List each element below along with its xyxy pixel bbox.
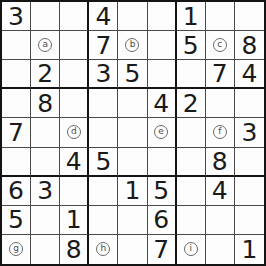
sudoku-cell-r5c7[interactable] — [177, 118, 206, 147]
sudoku-cell-r5c6[interactable]: e — [148, 118, 177, 147]
sudoku-cell-r1c8[interactable] — [206, 2, 235, 31]
sudoku-cell-r2c7[interactable]: 5 — [177, 31, 206, 60]
sudoku-cell-r5c4[interactable] — [89, 118, 118, 147]
circled-label-a-icon: a — [38, 38, 52, 52]
sudoku-cell-r2c1[interactable] — [2, 31, 31, 60]
sudoku-cell-r4c5[interactable] — [118, 89, 147, 118]
sudoku-cell-r5c9[interactable]: 3 — [235, 118, 264, 147]
sudoku-cell-r8c1[interactable]: 5 — [2, 206, 31, 235]
sudoku-cell-r7c9[interactable] — [235, 177, 264, 206]
sudoku-cell-r7c6[interactable]: 5 — [148, 177, 177, 206]
circled-label-f-icon: f — [213, 125, 227, 139]
sudoku-cell-r4c4[interactable] — [89, 89, 118, 118]
circled-label-g-icon: g — [9, 242, 23, 256]
sudoku-cell-r6c4[interactable]: 5 — [89, 148, 118, 177]
sudoku-cell-r6c1[interactable] — [2, 148, 31, 177]
sudoku-cell-r3c6[interactable] — [148, 60, 177, 89]
sudoku-cell-r8c9[interactable] — [235, 206, 264, 235]
sudoku-cell-r9c9[interactable]: 1 — [235, 235, 264, 264]
sudoku-cell-r9c7[interactable]: i — [177, 235, 206, 264]
sudoku-cell-r3c3[interactable] — [60, 60, 89, 89]
sudoku-cell-r8c5[interactable] — [118, 206, 147, 235]
sudoku-cell-r2c4[interactable]: 7 — [89, 31, 118, 60]
sudoku-cell-r1c9[interactable] — [235, 2, 264, 31]
sudoku-cell-r1c3[interactable] — [60, 2, 89, 31]
sudoku-cell-r8c3[interactable]: 1 — [60, 206, 89, 235]
sudoku-cell-r3c9[interactable]: 4 — [235, 60, 264, 89]
sudoku-cell-r6c2[interactable] — [31, 148, 60, 177]
sudoku-cell-r6c6[interactable] — [148, 148, 177, 177]
sudoku-cell-r5c1[interactable]: 7 — [2, 118, 31, 147]
circled-label-h-icon: h — [96, 242, 110, 256]
sudoku-cell-r2c2[interactable]: a — [31, 31, 60, 60]
sudoku-cell-r3c7[interactable] — [177, 60, 206, 89]
sudoku-cell-r4c8[interactable] — [206, 89, 235, 118]
sudoku-cell-r3c2[interactable]: 2 — [31, 60, 60, 89]
circled-label-b-icon: b — [125, 38, 139, 52]
sudoku-cell-r6c5[interactable] — [118, 148, 147, 177]
circled-label-i-icon: i — [184, 242, 198, 256]
sudoku-cell-r5c3[interactable]: d — [60, 118, 89, 147]
sudoku-cell-r5c5[interactable] — [118, 118, 147, 147]
sudoku-cell-r5c8[interactable]: f — [206, 118, 235, 147]
sudoku-cell-r7c7[interactable] — [177, 177, 206, 206]
sudoku-cell-r1c1[interactable]: 3 — [2, 2, 31, 31]
sudoku-cell-r2c5[interactable]: b — [118, 31, 147, 60]
sudoku-cell-r3c5[interactable]: 5 — [118, 60, 147, 89]
circled-label-c-icon: c — [213, 38, 227, 52]
sudoku-cell-r4c9[interactable] — [235, 89, 264, 118]
sudoku-cell-r2c3[interactable] — [60, 31, 89, 60]
sudoku-cell-r4c6[interactable]: 4 — [148, 89, 177, 118]
sudoku-cell-r4c1[interactable] — [2, 89, 31, 118]
sudoku-cell-r1c5[interactable] — [118, 2, 147, 31]
sudoku-cell-r7c4[interactable] — [89, 177, 118, 206]
sudoku-cell-r9c6[interactable]: 7 — [148, 235, 177, 264]
sudoku-cell-r1c7[interactable]: 1 — [177, 2, 206, 31]
sudoku-cell-r4c7[interactable]: 2 — [177, 89, 206, 118]
sudoku-cell-r1c2[interactable] — [31, 2, 60, 31]
sudoku-cell-r9c8[interactable] — [206, 235, 235, 264]
sudoku-cell-r3c4[interactable]: 3 — [89, 60, 118, 89]
sudoku-cell-r6c8[interactable]: 8 — [206, 148, 235, 177]
sudoku-cell-r8c6[interactable]: 6 — [148, 206, 177, 235]
sudoku-cell-r7c5[interactable]: 1 — [118, 177, 147, 206]
sudoku-cell-r8c8[interactable] — [206, 206, 235, 235]
sudoku-cell-r4c3[interactable] — [60, 89, 89, 118]
sudoku-cell-r9c2[interactable] — [31, 235, 60, 264]
circled-label-e-icon: e — [154, 125, 168, 139]
sudoku-cell-r8c4[interactable] — [89, 206, 118, 235]
sudoku-cell-r8c2[interactable] — [31, 206, 60, 235]
sudoku-cell-r2c8[interactable]: c — [206, 31, 235, 60]
sudoku-cell-r9c5[interactable] — [118, 235, 147, 264]
sudoku-cell-r7c1[interactable]: 6 — [2, 177, 31, 206]
sudoku-cell-r6c3[interactable]: 4 — [60, 148, 89, 177]
sudoku-board: 341a7b5c8235748427def345863154516g8h7i1 — [0, 0, 266, 266]
sudoku-cell-r7c8[interactable]: 4 — [206, 177, 235, 206]
sudoku-cell-r4c2[interactable]: 8 — [31, 89, 60, 118]
sudoku-cell-r9c1[interactable]: g — [2, 235, 31, 264]
sudoku-cell-r9c4[interactable]: h — [89, 235, 118, 264]
circled-label-d-icon: d — [67, 125, 81, 139]
sudoku-cell-r1c6[interactable] — [148, 2, 177, 31]
sudoku-cell-r3c1[interactable] — [2, 60, 31, 89]
sudoku-cell-r9c3[interactable]: 8 — [60, 235, 89, 264]
sudoku-cell-r2c9[interactable]: 8 — [235, 31, 264, 60]
sudoku-cell-r6c7[interactable] — [177, 148, 206, 177]
sudoku-cell-r7c3[interactable] — [60, 177, 89, 206]
sudoku-cell-r5c2[interactable] — [31, 118, 60, 147]
sudoku-cell-r7c2[interactable]: 3 — [31, 177, 60, 206]
sudoku-cell-r8c7[interactable] — [177, 206, 206, 235]
sudoku-cell-r1c4[interactable]: 4 — [89, 2, 118, 31]
sudoku-cell-r3c8[interactable]: 7 — [206, 60, 235, 89]
sudoku-cell-r6c9[interactable] — [235, 148, 264, 177]
sudoku-cell-r2c6[interactable] — [148, 31, 177, 60]
